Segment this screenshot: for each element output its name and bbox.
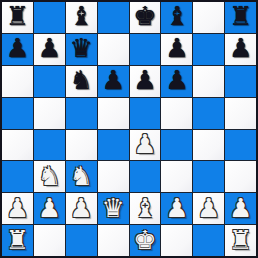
piece-black-pawn: ♟ [38,35,61,61]
square-g3[interactable] [193,161,224,192]
square-a3[interactable] [2,161,33,192]
square-c5[interactable] [66,98,97,129]
square-d6[interactable]: ♟ [98,66,129,97]
square-b3[interactable]: ♞ [34,161,65,192]
square-f6[interactable]: ♟ [161,66,192,97]
square-e6[interactable]: ♟ [130,66,161,97]
square-c2[interactable]: ♟ [66,193,97,224]
piece-white-bishop: ♝ [133,195,156,221]
square-g6[interactable] [193,66,224,97]
square-e8[interactable]: ♚ [130,2,161,33]
piece-white-pawn: ♟ [197,195,220,221]
piece-black-pawn: ♟ [165,35,188,61]
piece-white-rook: ♜ [6,227,29,253]
square-f1[interactable] [161,225,192,256]
square-d7[interactable] [98,34,129,65]
square-e4[interactable]: ♟ [130,130,161,161]
square-a6[interactable] [2,66,33,97]
square-h2[interactable]: ♟ [225,193,256,224]
piece-black-bishop: ♝ [70,3,93,29]
piece-black-pawn: ♟ [6,35,29,61]
piece-black-knight: ♞ [70,67,93,93]
square-h1[interactable]: ♜ [225,225,256,256]
square-b8[interactable] [34,2,65,33]
square-a7[interactable]: ♟ [2,34,33,65]
piece-black-pawn: ♟ [165,67,188,93]
square-g7[interactable] [193,34,224,65]
square-g8[interactable] [193,2,224,33]
square-h3[interactable] [225,161,256,192]
chess-board: ♜♝♚♝♜♟♟♛♟♟♞♟♟♟♟♞♞♟♟♟♛♝♟♟♟♜♚♜ [2,2,256,256]
piece-white-knight: ♞ [70,163,93,189]
square-c7[interactable]: ♛ [66,34,97,65]
piece-white-pawn: ♟ [165,195,188,221]
piece-black-rook: ♜ [6,3,29,29]
square-g2[interactable]: ♟ [193,193,224,224]
piece-white-pawn: ♟ [70,195,93,221]
square-e5[interactable] [130,98,161,129]
piece-white-rook: ♜ [229,227,252,253]
square-d8[interactable] [98,2,129,33]
square-b7[interactable]: ♟ [34,34,65,65]
square-h7[interactable]: ♟ [225,34,256,65]
piece-black-bishop: ♝ [165,3,188,29]
square-d4[interactable] [98,130,129,161]
square-e1[interactable]: ♚ [130,225,161,256]
square-h8[interactable]: ♜ [225,2,256,33]
piece-black-pawn: ♟ [101,67,124,93]
square-g5[interactable] [193,98,224,129]
square-b2[interactable]: ♟ [34,193,65,224]
piece-black-pawn: ♟ [133,67,156,93]
square-a4[interactable] [2,130,33,161]
square-b1[interactable] [34,225,65,256]
piece-black-king: ♚ [133,3,156,29]
square-f2[interactable]: ♟ [161,193,192,224]
piece-black-pawn: ♟ [229,35,252,61]
square-d1[interactable] [98,225,129,256]
square-g1[interactable] [193,225,224,256]
square-f7[interactable]: ♟ [161,34,192,65]
square-g4[interactable] [193,130,224,161]
square-b5[interactable] [34,98,65,129]
square-b4[interactable] [34,130,65,161]
square-c8[interactable]: ♝ [66,2,97,33]
piece-black-queen: ♛ [70,35,93,61]
square-h6[interactable] [225,66,256,97]
square-e3[interactable] [130,161,161,192]
piece-white-pawn: ♟ [38,195,61,221]
square-h4[interactable] [225,130,256,161]
square-c6[interactable]: ♞ [66,66,97,97]
square-h5[interactable] [225,98,256,129]
square-b6[interactable] [34,66,65,97]
piece-white-knight: ♞ [38,163,61,189]
square-c1[interactable] [66,225,97,256]
square-c4[interactable] [66,130,97,161]
square-a1[interactable]: ♜ [2,225,33,256]
piece-white-king: ♚ [133,227,156,253]
piece-white-pawn: ♟ [133,131,156,157]
square-c3[interactable]: ♞ [66,161,97,192]
square-a5[interactable] [2,98,33,129]
piece-white-queen: ♛ [101,195,124,221]
square-a2[interactable]: ♟ [2,193,33,224]
square-e7[interactable] [130,34,161,65]
square-f8[interactable]: ♝ [161,2,192,33]
piece-white-pawn: ♟ [6,195,29,221]
square-d5[interactable] [98,98,129,129]
piece-white-pawn: ♟ [229,195,252,221]
square-f4[interactable] [161,130,192,161]
square-d2[interactable]: ♛ [98,193,129,224]
square-a8[interactable]: ♜ [2,2,33,33]
piece-black-rook: ♜ [229,3,252,29]
square-d3[interactable] [98,161,129,192]
square-f5[interactable] [161,98,192,129]
chess-board-frame: ♜♝♚♝♜♟♟♛♟♟♞♟♟♟♟♞♞♟♟♟♛♝♟♟♟♜♚♜ [0,0,258,258]
square-f3[interactable] [161,161,192,192]
square-e2[interactable]: ♝ [130,193,161,224]
